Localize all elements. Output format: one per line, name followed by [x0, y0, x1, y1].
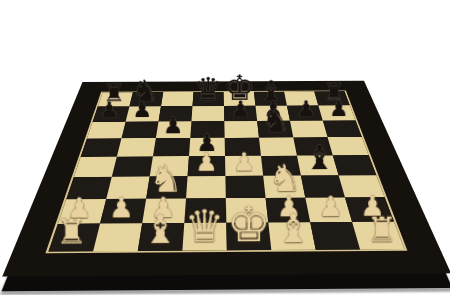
square-d8[interactable]: ♛	[193, 92, 225, 106]
square-e4[interactable]: ♟	[225, 156, 263, 176]
white-pawn: ♟	[151, 194, 176, 222]
square-f7[interactable]: ♟	[255, 106, 289, 121]
square-f3[interactable]: ♞	[263, 176, 305, 198]
square-e8[interactable]: ♚	[224, 92, 256, 106]
square-h5[interactable]	[328, 137, 369, 155]
black-king: ♚	[224, 70, 255, 105]
square-c1[interactable]: ♝	[138, 223, 185, 251]
square-f4[interactable]	[261, 156, 301, 176]
square-e1[interactable]: ♚	[226, 223, 271, 251]
square-f5[interactable]	[259, 137, 297, 155]
square-b6[interactable]	[121, 122, 158, 139]
square-g6[interactable]	[290, 121, 328, 138]
square-e3[interactable]	[225, 176, 265, 198]
black-rook: ♜	[323, 80, 345, 105]
square-c7[interactable]	[159, 106, 193, 121]
square-c4[interactable]	[150, 156, 189, 176]
white-bishop: ♝	[275, 209, 310, 249]
black-knight: ♞	[132, 76, 159, 106]
square-g4[interactable]: ♝	[297, 155, 339, 175]
chess-board: ♜♞♛♚♝♜♟♟♟♟♟♟♟♞♟♟♟♝♞♞♟♟♟♟♟♟♜♝♛♚♝♜	[2, 81, 450, 277]
square-d4[interactable]: ♟	[188, 156, 226, 176]
board-frame: ♜♞♛♚♝♜♟♟♟♟♟♟♟♞♟♟♟♝♞♞♟♟♟♟♟♟♜♝♛♚♝♜	[2, 81, 450, 277]
black-queen: ♛	[194, 74, 222, 106]
square-b5[interactable]	[117, 138, 156, 156]
square-g3[interactable]	[301, 175, 345, 197]
square-a1[interactable]: ♜	[48, 224, 100, 252]
square-h1[interactable]: ♜	[352, 222, 404, 250]
white-pawn: ♟	[318, 193, 343, 221]
square-e6[interactable]	[224, 121, 259, 138]
square-d7[interactable]	[191, 106, 224, 121]
square-g2[interactable]: ♟	[305, 197, 352, 222]
square-a2[interactable]: ♟	[58, 199, 106, 224]
square-f1[interactable]: ♝	[268, 222, 315, 250]
black-bishop: ♝	[258, 77, 283, 105]
square-h8[interactable]: ♜	[314, 91, 349, 105]
black-rook: ♜	[103, 81, 125, 106]
board-grid: ♜♞♛♚♝♜♟♟♟♟♟♟♟♞♟♟♟♝♞♞♟♟♟♟♟♟♜♝♛♚♝♜	[45, 91, 407, 254]
square-a5[interactable]	[81, 138, 122, 156]
white-pawn: ♟	[276, 193, 301, 221]
square-c8[interactable]	[161, 92, 194, 106]
square-g7[interactable]: ♟	[287, 105, 323, 120]
white-pawn: ♟	[109, 194, 134, 222]
square-h7[interactable]: ♟	[318, 105, 355, 120]
square-a7[interactable]: ♟	[93, 106, 130, 121]
square-g8[interactable]	[284, 91, 318, 105]
square-b3[interactable]	[106, 176, 149, 198]
square-h3[interactable]	[339, 175, 385, 197]
square-c3[interactable]: ♞	[146, 176, 187, 198]
square-a8[interactable]: ♜	[98, 92, 133, 106]
square-c2[interactable]: ♟	[142, 198, 186, 223]
square-c6[interactable]: ♟	[156, 121, 192, 138]
square-d1[interactable]: ♛	[182, 223, 227, 251]
square-e7[interactable]: ♟	[224, 106, 257, 121]
square-a4[interactable]	[74, 157, 117, 177]
square-d2[interactable]	[184, 198, 226, 223]
square-b1[interactable]	[93, 223, 142, 251]
square-g5[interactable]	[293, 137, 333, 155]
square-b7[interactable]: ♟	[126, 106, 161, 121]
white-pawn: ♟	[360, 192, 385, 220]
square-h6[interactable]	[323, 121, 362, 138]
square-d5[interactable]: ♟	[189, 138, 225, 156]
square-h2[interactable]: ♟	[345, 197, 394, 222]
square-f8[interactable]: ♝	[254, 92, 287, 106]
square-c5[interactable]	[153, 138, 190, 156]
square-f6[interactable]: ♞	[257, 121, 293, 138]
white-rook: ♜	[366, 213, 397, 248]
square-f2[interactable]: ♟	[266, 198, 311, 223]
square-b2[interactable]: ♟	[100, 199, 146, 224]
square-b4[interactable]	[112, 156, 153, 176]
square-d6[interactable]	[190, 121, 224, 138]
chess-set-photo: ♜♞♛♚♝♜♟♟♟♟♟♟♟♞♟♟♟♝♞♞♟♟♟♟♟♟♜♝♛♚♝♜	[0, 0, 450, 295]
square-d3[interactable]	[186, 176, 226, 198]
square-a3[interactable]	[66, 177, 112, 199]
square-h4[interactable]	[333, 155, 376, 175]
square-e5[interactable]	[225, 138, 261, 156]
white-pawn: ♟	[67, 194, 92, 222]
square-e2[interactable]	[226, 198, 268, 223]
square-a6[interactable]	[87, 122, 126, 139]
square-b8[interactable]: ♞	[129, 92, 163, 106]
